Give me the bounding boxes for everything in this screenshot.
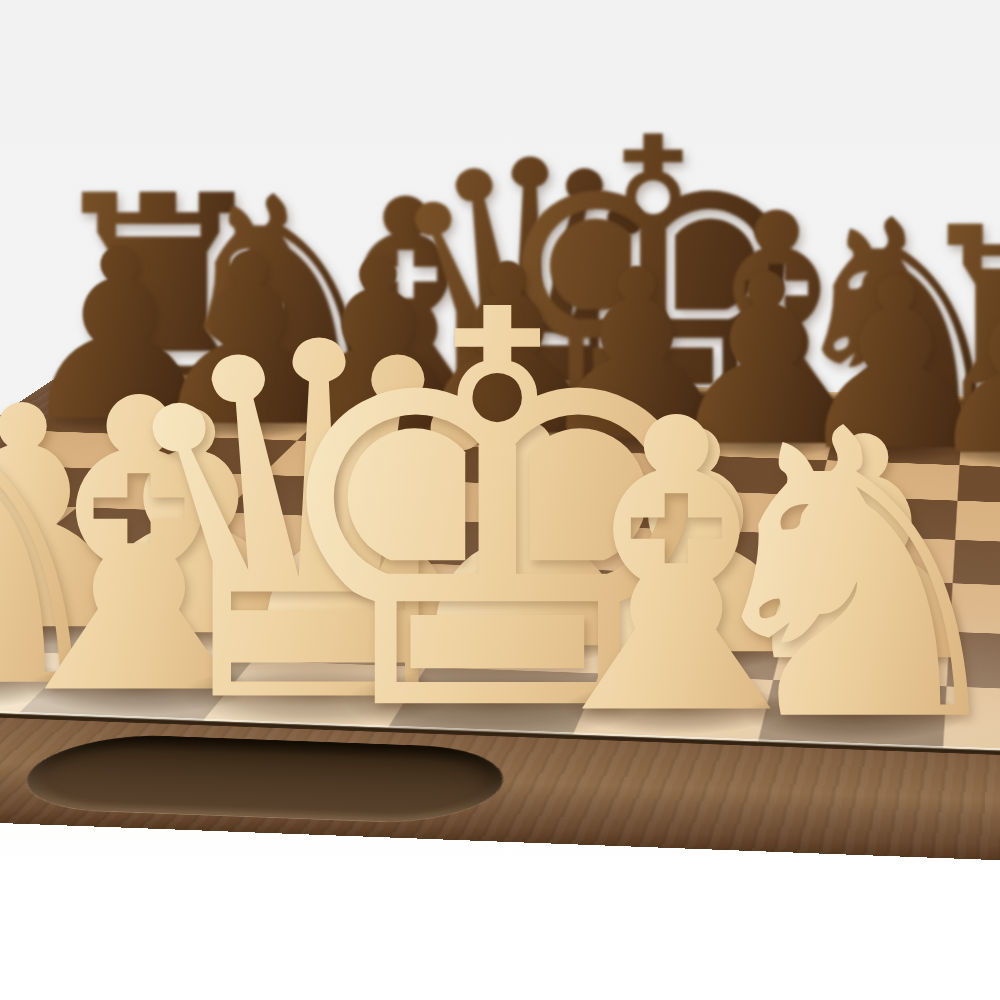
piece-white-knight-g1[interactable]: ♞ xyxy=(677,379,1000,777)
chess-product-photo: ♜♞♝♛♚♝♞♜♟♟♟♟♟♟♟♟♟♟♟♟♟♟♞♝♛♚♝♞ xyxy=(0,0,1000,1000)
